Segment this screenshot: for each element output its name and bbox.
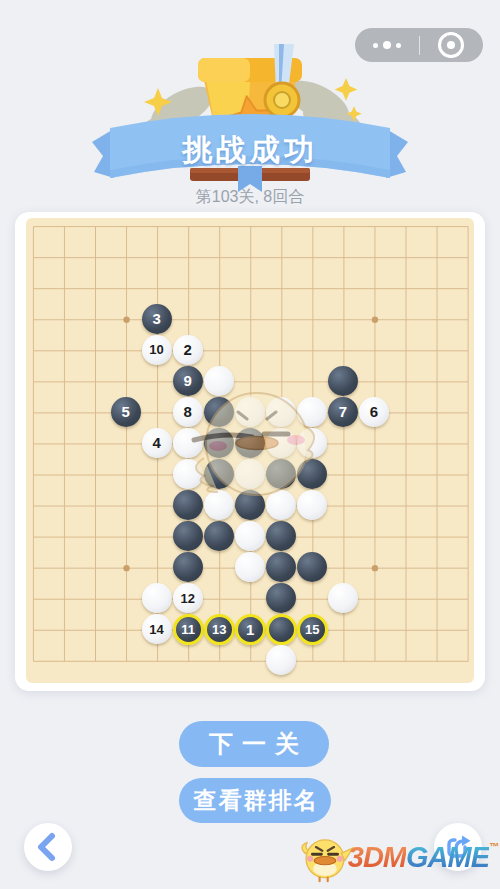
stone-white-4: 4 [142, 428, 172, 458]
stone-move-number: 10 [149, 343, 163, 356]
stone-black-3: 3 [142, 304, 172, 334]
brand-tm: ™ [489, 841, 498, 852]
stone-white [235, 459, 265, 489]
stone-white [204, 366, 234, 396]
stone-black-9: 9 [173, 366, 203, 396]
stone-white [266, 397, 296, 427]
stone-white [297, 428, 327, 458]
stone-black [297, 459, 327, 489]
chevron-left-icon [24, 823, 72, 871]
stone-black [204, 521, 234, 551]
brand-text-3dm: 3DM [348, 841, 406, 873]
stone-white [235, 521, 265, 551]
stone-black [297, 552, 327, 582]
stone-move-number: 13 [212, 623, 226, 636]
stone-black [266, 583, 296, 613]
stone-black [328, 366, 358, 396]
stone-black-5: 5 [111, 397, 141, 427]
capsule-exit-button[interactable] [420, 28, 484, 62]
stone-black [173, 521, 203, 551]
stone-white-14: 14 [142, 614, 172, 644]
stone-move-number: 9 [183, 373, 191, 388]
level-subtitle: 第103关, 8回合 [0, 187, 500, 208]
stone-white [235, 397, 265, 427]
stone-black [173, 490, 203, 520]
gomoku-board: 310295876412141113115 [26, 218, 474, 683]
stone-black [204, 459, 234, 489]
stone-black [266, 459, 296, 489]
brand-text: 3DMGAME™ [348, 841, 498, 874]
stone-white [173, 459, 203, 489]
board-panel: 310295876412141113115 [15, 212, 485, 691]
page: { "game": "gomoku (five-in-a-row), resul… [0, 0, 500, 889]
stone-move-number: 6 [370, 404, 378, 419]
stone-black [204, 397, 234, 427]
stone-move-number: 14 [149, 623, 163, 636]
stone-black [266, 552, 296, 582]
stone-white [266, 645, 296, 675]
stone-white [204, 490, 234, 520]
circle-dot-icon [438, 32, 464, 58]
stone-move-number: 11 [181, 623, 195, 636]
stone-move-number: 2 [183, 342, 191, 357]
stone-black-7: 7 [328, 397, 358, 427]
stone-move-number: 12 [180, 592, 194, 605]
stone-white [266, 490, 296, 520]
stone-white [328, 583, 358, 613]
stone-black [204, 428, 234, 458]
group-ranking-button[interactable]: 查看群排名 [179, 778, 331, 823]
stone-black [266, 521, 296, 551]
stone-white [297, 397, 327, 427]
stone-move-number: 1 [246, 622, 254, 637]
stone-white [235, 552, 265, 582]
stone-move-number: 7 [339, 404, 347, 419]
stone-move-number: 8 [183, 404, 191, 419]
stone-white-2: 2 [173, 335, 203, 365]
stone-black [235, 428, 265, 458]
stone-black-15: 15 [297, 614, 328, 645]
next-level-button[interactable]: 下一关 [179, 721, 329, 767]
stone-move-number: 5 [121, 404, 129, 419]
stone-white [142, 583, 172, 613]
stone-move-number: 4 [152, 435, 160, 450]
stone-white [173, 428, 203, 458]
stone-white [297, 490, 327, 520]
stone-move-number: 15 [305, 623, 319, 636]
chick-mascot-icon [298, 828, 354, 886]
stone-black [235, 490, 265, 520]
stone-white-12: 12 [173, 583, 203, 613]
stone-white-8: 8 [173, 397, 203, 427]
brand-text-game: GAME [406, 841, 489, 873]
stone-white-10: 10 [142, 335, 172, 365]
stone-move-number: 3 [152, 311, 160, 326]
result-banner: 挑战成功 [90, 130, 410, 171]
stone-black-11: 11 [173, 614, 204, 645]
stone-white-6: 6 [359, 397, 389, 427]
stone-black-13: 13 [204, 614, 235, 645]
stone-black [173, 552, 203, 582]
brand-watermark: 3DMGAME™ [298, 828, 498, 886]
stone-black-1: 1 [235, 614, 266, 645]
stone-black [266, 614, 297, 645]
back-button[interactable] [24, 823, 72, 871]
stone-white [266, 428, 296, 458]
